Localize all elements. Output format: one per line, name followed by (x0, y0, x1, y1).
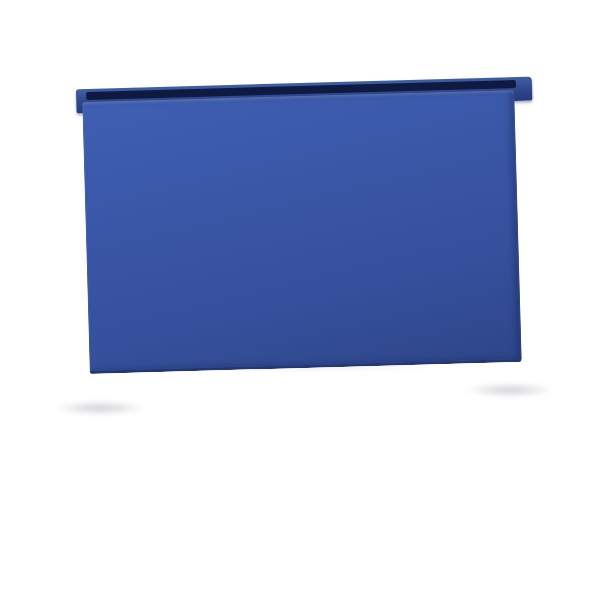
product-photo-scene (0, 0, 600, 600)
left-foot-shadow (38, 398, 162, 418)
right-foot-shadow (450, 380, 570, 400)
connect-four-board (82, 90, 521, 374)
board-frame (82, 90, 521, 374)
